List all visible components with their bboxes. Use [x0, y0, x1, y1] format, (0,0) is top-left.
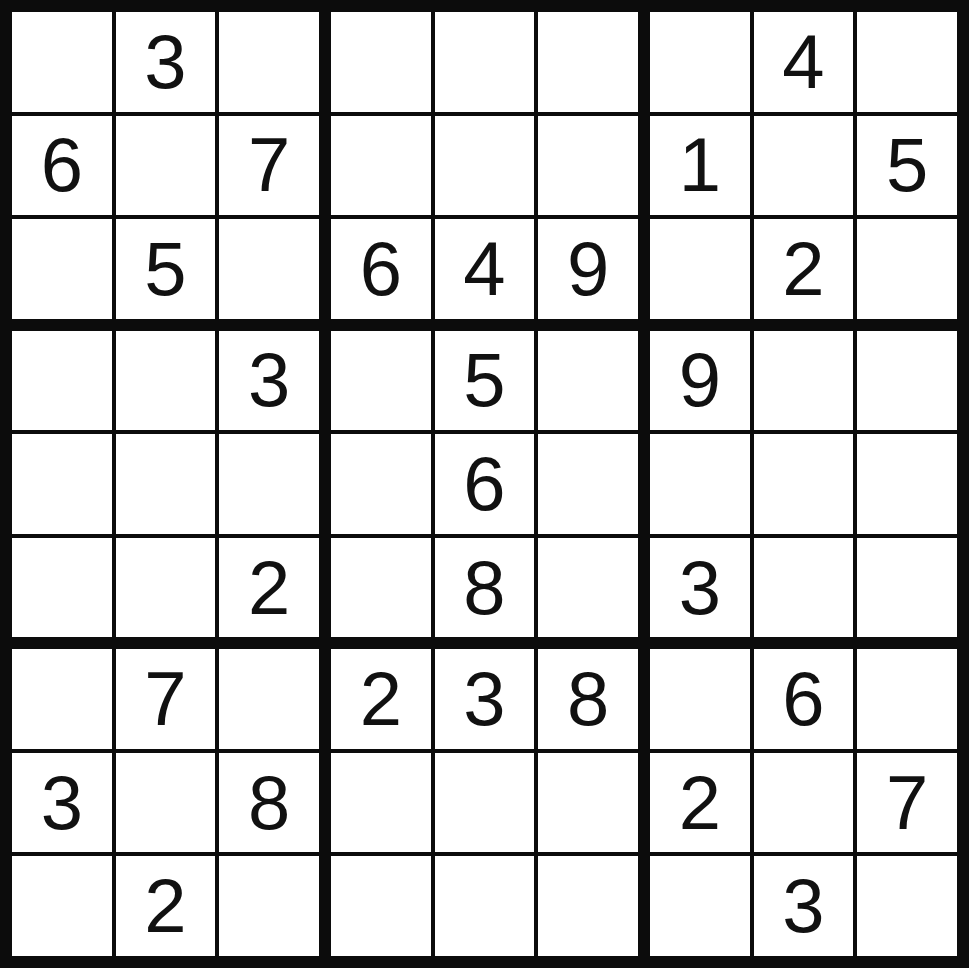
cell-r2c4[interactable]	[331, 116, 431, 216]
cell-r7c5[interactable]: 3	[435, 649, 535, 749]
cell-r8c9[interactable]: 7	[857, 753, 957, 853]
cell-r4c8[interactable]	[754, 331, 854, 431]
cell-r2c8[interactable]	[754, 116, 854, 216]
cell-r9c5[interactable]	[435, 856, 535, 956]
cell-r1c2[interactable]: 3	[116, 12, 216, 112]
cell-r2c7[interactable]: 1	[650, 116, 750, 216]
cell-r1c3[interactable]	[219, 12, 319, 112]
cell-r2c6[interactable]	[538, 116, 638, 216]
cell-r9c6[interactable]	[538, 856, 638, 956]
cell-r5c2[interactable]	[116, 434, 216, 534]
cell-r1c5[interactable]	[435, 12, 535, 112]
cell-r3c8[interactable]: 2	[754, 219, 854, 319]
cell-r4c4[interactable]	[331, 331, 431, 431]
cell-r5c1[interactable]	[12, 434, 112, 534]
cell-r8c7[interactable]: 2	[650, 753, 750, 853]
cell-r7c2[interactable]: 7	[116, 649, 216, 749]
cell-r7c8[interactable]: 6	[754, 649, 854, 749]
cell-r7c1[interactable]	[12, 649, 112, 749]
cell-r3c5[interactable]: 4	[435, 219, 535, 319]
cell-r8c8[interactable]	[754, 753, 854, 853]
cell-r2c3[interactable]: 7	[219, 116, 319, 216]
cell-r7c4[interactable]: 2	[331, 649, 431, 749]
cell-r1c1[interactable]	[12, 12, 112, 112]
cell-r1c4[interactable]	[331, 12, 431, 112]
cell-r6c2[interactable]	[116, 538, 216, 638]
cell-r2c2[interactable]	[116, 116, 216, 216]
cell-r5c7[interactable]	[650, 434, 750, 534]
cell-r5c9[interactable]	[857, 434, 957, 534]
cell-r9c9[interactable]	[857, 856, 957, 956]
cell-r4c6[interactable]	[538, 331, 638, 431]
cell-r6c3[interactable]: 2	[219, 538, 319, 638]
cell-r9c1[interactable]	[12, 856, 112, 956]
cell-r1c8[interactable]: 4	[754, 12, 854, 112]
cell-r7c6[interactable]: 8	[538, 649, 638, 749]
sudoku-board: 34671556492359628372386382723	[0, 0, 969, 968]
cell-r9c2[interactable]: 2	[116, 856, 216, 956]
cell-r6c9[interactable]	[857, 538, 957, 638]
cell-r4c1[interactable]	[12, 331, 112, 431]
cell-r6c5[interactable]: 8	[435, 538, 535, 638]
cell-r9c3[interactable]	[219, 856, 319, 956]
cell-r5c6[interactable]	[538, 434, 638, 534]
cell-r1c7[interactable]	[650, 12, 750, 112]
cell-r3c7[interactable]	[650, 219, 750, 319]
cell-r9c7[interactable]	[650, 856, 750, 956]
cell-r4c7[interactable]: 9	[650, 331, 750, 431]
cell-r5c4[interactable]	[331, 434, 431, 534]
cell-r4c3[interactable]: 3	[219, 331, 319, 431]
cell-r1c6[interactable]	[538, 12, 638, 112]
cell-r6c8[interactable]	[754, 538, 854, 638]
cell-r9c8[interactable]: 3	[754, 856, 854, 956]
cell-r3c4[interactable]: 6	[331, 219, 431, 319]
cell-r2c5[interactable]	[435, 116, 535, 216]
cell-r3c2[interactable]: 5	[116, 219, 216, 319]
cell-r4c2[interactable]	[116, 331, 216, 431]
cell-r2c1[interactable]: 6	[12, 116, 112, 216]
cell-r5c8[interactable]	[754, 434, 854, 534]
cell-r6c4[interactable]	[331, 538, 431, 638]
cell-r3c9[interactable]	[857, 219, 957, 319]
cell-r7c3[interactable]	[219, 649, 319, 749]
cell-r4c5[interactable]: 5	[435, 331, 535, 431]
cell-r5c3[interactable]	[219, 434, 319, 534]
cell-r8c1[interactable]: 3	[12, 753, 112, 853]
cell-r9c4[interactable]	[331, 856, 431, 956]
cell-r3c6[interactable]: 9	[538, 219, 638, 319]
cell-r1c9[interactable]	[857, 12, 957, 112]
cell-r6c7[interactable]: 3	[650, 538, 750, 638]
cell-r8c4[interactable]	[331, 753, 431, 853]
cell-r7c9[interactable]	[857, 649, 957, 749]
cell-r2c9[interactable]: 5	[857, 116, 957, 216]
cell-r6c6[interactable]	[538, 538, 638, 638]
cell-r8c5[interactable]	[435, 753, 535, 853]
cell-r6c1[interactable]	[12, 538, 112, 638]
cell-r8c6[interactable]	[538, 753, 638, 853]
cell-r8c3[interactable]: 8	[219, 753, 319, 853]
cell-r5c5[interactable]: 6	[435, 434, 535, 534]
cell-r3c1[interactable]	[12, 219, 112, 319]
cell-r3c3[interactable]	[219, 219, 319, 319]
cell-r7c7[interactable]	[650, 649, 750, 749]
cell-r8c2[interactable]	[116, 753, 216, 853]
cell-r4c9[interactable]	[857, 331, 957, 431]
